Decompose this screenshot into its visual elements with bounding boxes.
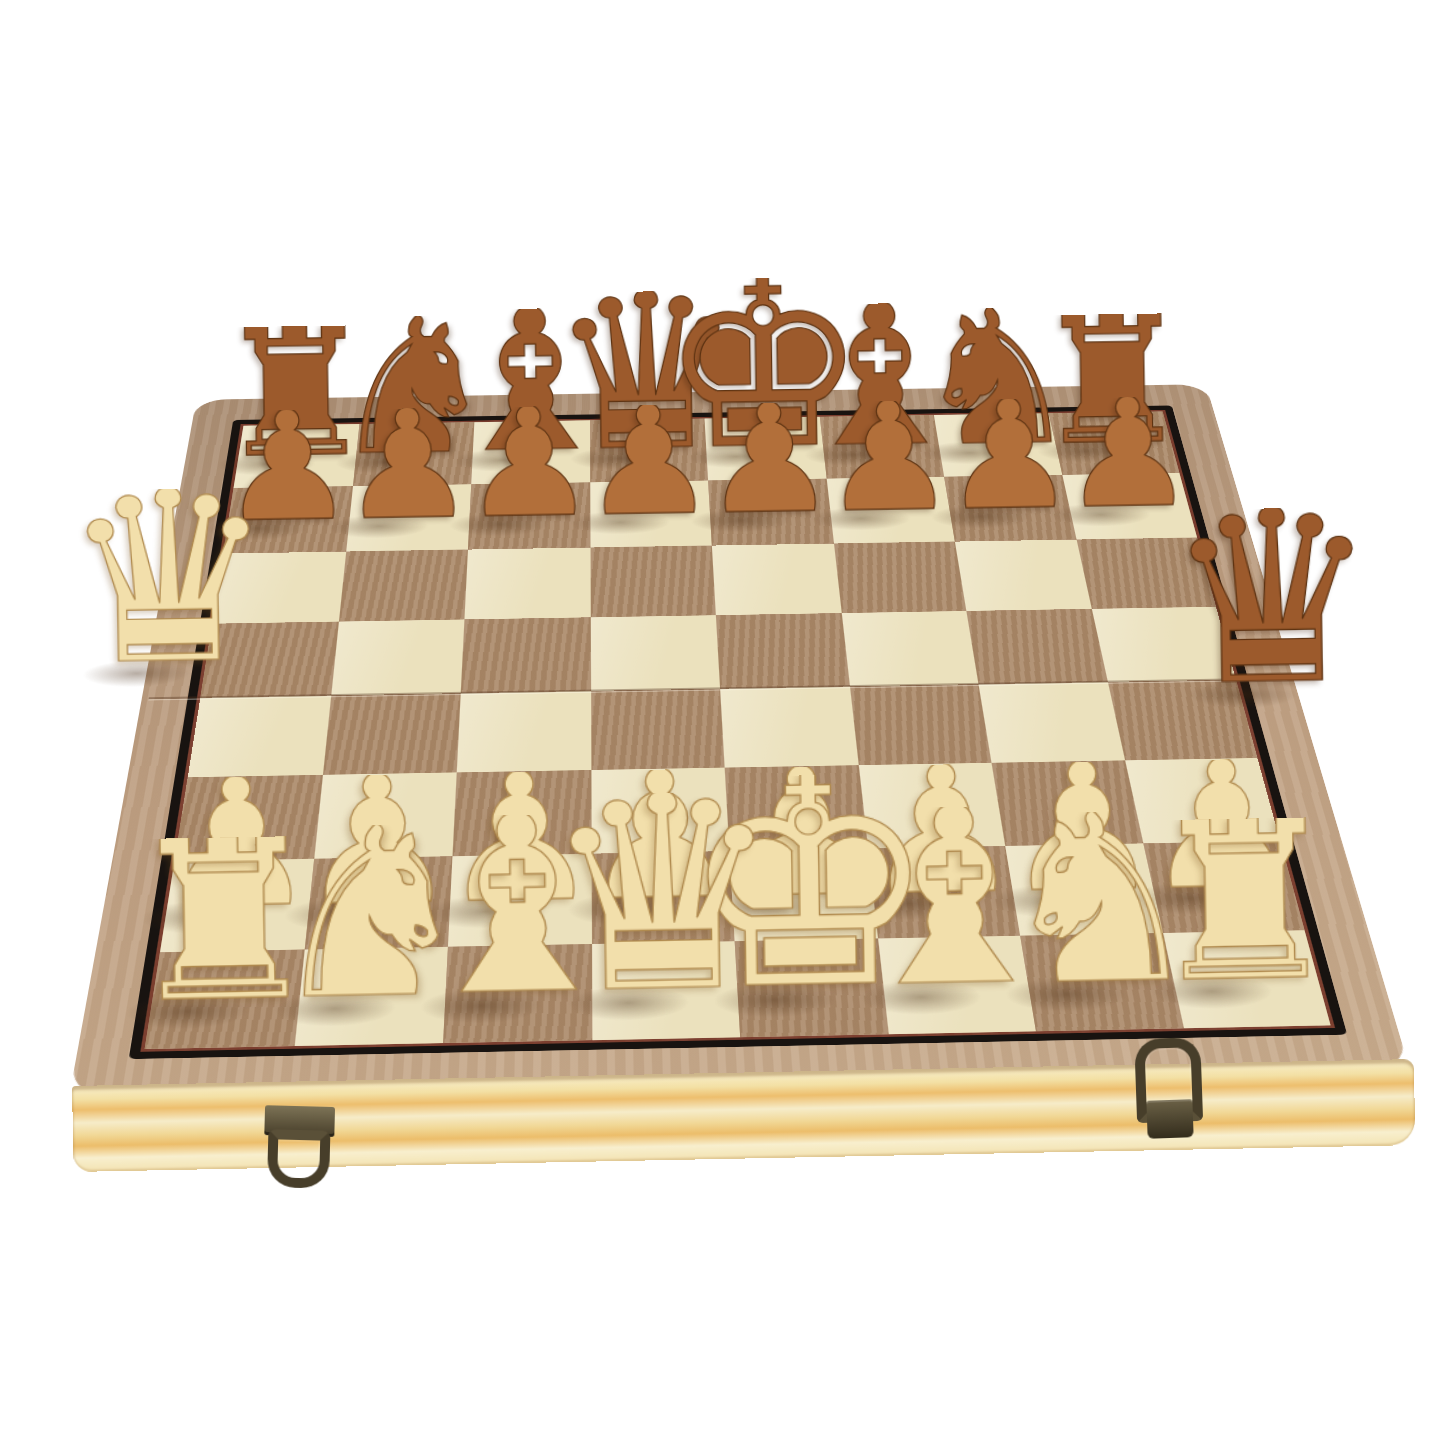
product-photo: ♜♞♝♛♚♝♞♜♟♟♟♟♟♟♟♟♟♟♟♟♟♟♟♟♜♞♝♛♚♝♞♜ ♛ ♛ — [0, 0, 1445, 1445]
clasp-right-hasp — [1128, 1037, 1210, 1144]
square-f5 — [841, 611, 978, 687]
square-g5 — [966, 609, 1107, 685]
piece-dark-pawn-f7: ♟ — [821, 400, 957, 515]
scene: ♜♞♝♛♚♝♞♜♟♟♟♟♟♟♟♟♟♟♟♟♟♟♟♟♜♞♝♛♚♝♞♜ ♛ ♛ — [0, 0, 1445, 1445]
piece-white-queen-d1: ♛ — [540, 791, 785, 998]
clasp-right-catch-plate — [1146, 1099, 1193, 1139]
clasp-left-loop — [267, 1129, 330, 1189]
square-d6 — [590, 546, 716, 617]
spare-queen-left-slot: ♛ — [99, 625, 241, 702]
square-g6 — [955, 540, 1091, 611]
clasp-left-hasp — [255, 1105, 343, 1189]
square-f6 — [833, 542, 966, 613]
spare-dark-queen: ♛ — [1164, 507, 1381, 690]
square-c7: ♟ — [468, 482, 590, 549]
square-d1: ♛ — [591, 941, 740, 1040]
piece-dark-pawn-c7: ♟ — [460, 405, 597, 520]
chess-board: ♜♞♝♛♚♝♞♜♟♟♟♟♟♟♟♟♟♟♟♟♟♟♟♟♜♞♝♛♚♝♞♜ ♛ ♛ — [69, 384, 1410, 1096]
piece-dark-pawn-d7: ♟ — [581, 403, 718, 518]
squares-grid: ♜♞♝♛♚♝♞♜♟♟♟♟♟♟♟♟♟♟♟♟♟♟♟♟♜♞♝♛♚♝♞♜ — [145, 411, 1331, 1049]
piece-dark-pawn-b7: ♟ — [340, 407, 477, 522]
square-c5 — [461, 617, 591, 693]
square-b6 — [338, 550, 468, 622]
square-b7: ♟ — [346, 484, 472, 552]
square-d5 — [590, 615, 720, 691]
square-g1: ♞ — [1020, 933, 1183, 1032]
piece-dark-pawn-e7: ♟ — [701, 402, 837, 517]
square-c6 — [464, 548, 590, 620]
square-e5 — [716, 613, 850, 689]
square-b5 — [331, 619, 465, 695]
piece-white-knight-g1: ♞ — [994, 810, 1205, 989]
square-e7: ♟ — [708, 478, 833, 545]
piece-dark-pawn-g7: ♟ — [941, 398, 1077, 513]
spare-white-queen: ♛ — [60, 488, 276, 670]
